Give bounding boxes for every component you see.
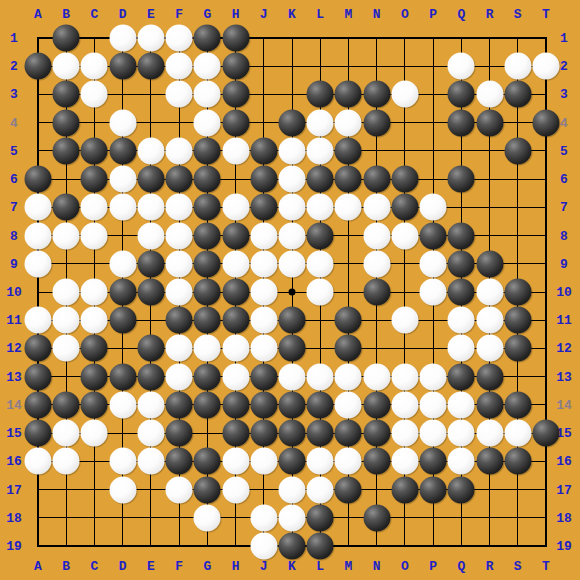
black-stone-S3 <box>504 81 531 108</box>
black-stone-M6 <box>335 166 362 193</box>
row-label-left: 19 <box>6 540 22 553</box>
row-label-left: 9 <box>10 257 18 270</box>
white-stone-P10 <box>420 279 447 306</box>
white-stone-Q15 <box>448 420 475 447</box>
row-label-left: 14 <box>6 398 22 411</box>
column-label-top: L <box>316 8 324 21</box>
white-stone-R12 <box>476 335 503 362</box>
white-stone-S15 <box>504 420 531 447</box>
row-label-left: 15 <box>6 427 22 440</box>
black-stone-A13 <box>25 363 52 390</box>
white-stone-G12 <box>194 335 221 362</box>
white-stone-J12 <box>250 335 277 362</box>
white-stone-F9 <box>166 250 193 277</box>
black-stone-R16 <box>476 448 503 475</box>
white-stone-G18 <box>194 504 221 531</box>
white-stone-D1 <box>109 25 136 52</box>
white-stone-F3 <box>166 81 193 108</box>
white-stone-H12 <box>222 335 249 362</box>
black-stone-G14 <box>194 391 221 418</box>
white-stone-P13 <box>420 363 447 390</box>
black-stone-G1 <box>194 25 221 52</box>
white-stone-O8 <box>391 222 418 249</box>
white-stone-E15 <box>137 420 164 447</box>
black-stone-J13 <box>250 363 277 390</box>
white-stone-G3 <box>194 81 221 108</box>
column-label-bottom: R <box>486 560 494 573</box>
row-label-right: 7 <box>560 201 568 214</box>
row-label-left: 16 <box>6 455 22 468</box>
white-stone-L16 <box>307 448 334 475</box>
black-stone-G6 <box>194 166 221 193</box>
row-label-right: 18 <box>556 511 572 524</box>
black-stone-K16 <box>279 448 306 475</box>
row-label-left: 18 <box>6 511 22 524</box>
white-stone-B10 <box>53 279 80 306</box>
row-label-right: 16 <box>556 455 572 468</box>
white-stone-K5 <box>279 137 306 164</box>
black-stone-Q6 <box>448 166 475 193</box>
black-stone-A2 <box>25 53 52 80</box>
white-stone-O15 <box>391 420 418 447</box>
white-stone-O16 <box>391 448 418 475</box>
black-stone-Q9 <box>448 250 475 277</box>
black-stone-E12 <box>137 335 164 362</box>
white-stone-Q12 <box>448 335 475 362</box>
column-label-top: H <box>232 8 240 21</box>
black-stone-N10 <box>363 279 390 306</box>
row-label-left: 3 <box>10 88 18 101</box>
black-stone-J14 <box>250 391 277 418</box>
black-stone-E2 <box>137 53 164 80</box>
column-label-top: N <box>373 8 381 21</box>
row-label-left: 11 <box>6 314 22 327</box>
black-stone-C14 <box>81 391 108 418</box>
white-stone-N7 <box>363 194 390 221</box>
white-stone-H13 <box>222 363 249 390</box>
column-label-bottom: O <box>401 560 409 573</box>
column-label-top: S <box>514 8 522 21</box>
black-stone-D13 <box>109 363 136 390</box>
black-stone-T15 <box>533 420 560 447</box>
column-label-top: O <box>401 8 409 21</box>
white-stone-K18 <box>279 504 306 531</box>
black-stone-H15 <box>222 420 249 447</box>
black-stone-H11 <box>222 307 249 334</box>
black-stone-P16 <box>420 448 447 475</box>
white-stone-L4 <box>307 109 334 136</box>
white-stone-P15 <box>420 420 447 447</box>
white-stone-E8 <box>137 222 164 249</box>
column-label-top: R <box>486 8 494 21</box>
white-stone-K17 <box>279 476 306 503</box>
white-stone-B8 <box>53 222 80 249</box>
column-label-bottom: F <box>175 560 183 573</box>
white-stone-L9 <box>307 250 334 277</box>
black-stone-G17 <box>194 476 221 503</box>
white-stone-K9 <box>279 250 306 277</box>
column-label-top: T <box>542 8 550 21</box>
row-label-left: 4 <box>10 116 18 129</box>
black-stone-B7 <box>53 194 80 221</box>
white-stone-N8 <box>363 222 390 249</box>
black-stone-S10 <box>504 279 531 306</box>
row-label-right: 12 <box>556 342 572 355</box>
white-stone-M13 <box>335 363 362 390</box>
white-stone-A8 <box>25 222 52 249</box>
white-stone-F5 <box>166 137 193 164</box>
white-stone-L7 <box>307 194 334 221</box>
white-stone-O3 <box>391 81 418 108</box>
column-label-bottom: L <box>316 560 324 573</box>
white-stone-A16 <box>25 448 52 475</box>
black-stone-K14 <box>279 391 306 418</box>
black-stone-B5 <box>53 137 80 164</box>
column-label-bottom: S <box>514 560 522 573</box>
row-label-right: 3 <box>560 88 568 101</box>
column-label-bottom: J <box>260 560 268 573</box>
row-label-right: 6 <box>560 173 568 186</box>
white-stone-A7 <box>25 194 52 221</box>
white-stone-D14 <box>109 391 136 418</box>
black-stone-Q8 <box>448 222 475 249</box>
white-stone-E5 <box>137 137 164 164</box>
row-label-left: 2 <box>10 60 18 73</box>
white-stone-L13 <box>307 363 334 390</box>
black-stone-R4 <box>476 109 503 136</box>
row-label-right: 17 <box>556 483 572 496</box>
black-stone-B3 <box>53 81 80 108</box>
white-stone-B2 <box>53 53 80 80</box>
star-point <box>289 289 296 296</box>
black-stone-G9 <box>194 250 221 277</box>
white-stone-C3 <box>81 81 108 108</box>
black-stone-J7 <box>250 194 277 221</box>
black-stone-S12 <box>504 335 531 362</box>
black-stone-O17 <box>391 476 418 503</box>
white-stone-D16 <box>109 448 136 475</box>
black-stone-K12 <box>279 335 306 362</box>
white-stone-B12 <box>53 335 80 362</box>
black-stone-C12 <box>81 335 108 362</box>
column-label-bottom: P <box>429 560 437 573</box>
white-stone-L5 <box>307 137 334 164</box>
black-stone-A15 <box>25 420 52 447</box>
black-stone-F14 <box>166 391 193 418</box>
black-stone-M12 <box>335 335 362 362</box>
white-stone-G4 <box>194 109 221 136</box>
row-label-left: 8 <box>10 229 18 242</box>
black-stone-K15 <box>279 420 306 447</box>
row-label-left: 1 <box>10 32 18 45</box>
black-stone-P8 <box>420 222 447 249</box>
black-stone-Q4 <box>448 109 475 136</box>
column-label-top: M <box>345 8 353 21</box>
black-stone-K19 <box>279 533 306 560</box>
row-label-left: 12 <box>6 342 22 355</box>
column-label-top: B <box>62 8 70 21</box>
column-label-bottom: K <box>288 560 296 573</box>
row-label-right: 13 <box>556 370 572 383</box>
black-stone-M11 <box>335 307 362 334</box>
black-stone-B1 <box>53 25 80 52</box>
row-label-left: 13 <box>6 370 22 383</box>
black-stone-M5 <box>335 137 362 164</box>
black-stone-S11 <box>504 307 531 334</box>
black-stone-L3 <box>307 81 334 108</box>
black-stone-Q10 <box>448 279 475 306</box>
white-stone-P7 <box>420 194 447 221</box>
white-stone-C7 <box>81 194 108 221</box>
black-stone-L19 <box>307 533 334 560</box>
white-stone-D9 <box>109 250 136 277</box>
go-board[interactable]: AABBCCDDEEFFGGHHJJKKLLMMNNOOPPQQRRSSTT11… <box>0 0 580 580</box>
column-label-top: E <box>147 8 155 21</box>
white-stone-R10 <box>476 279 503 306</box>
white-stone-K13 <box>279 363 306 390</box>
white-stone-D7 <box>109 194 136 221</box>
white-stone-E7 <box>137 194 164 221</box>
white-stone-H7 <box>222 194 249 221</box>
black-stone-A14 <box>25 391 52 418</box>
white-stone-A11 <box>25 307 52 334</box>
black-stone-D2 <box>109 53 136 80</box>
row-label-right: 10 <box>556 286 572 299</box>
black-stone-B14 <box>53 391 80 418</box>
black-stone-H4 <box>222 109 249 136</box>
black-stone-L18 <box>307 504 334 531</box>
black-stone-N6 <box>363 166 390 193</box>
black-stone-G10 <box>194 279 221 306</box>
white-stone-R3 <box>476 81 503 108</box>
white-stone-E1 <box>137 25 164 52</box>
white-stone-J8 <box>250 222 277 249</box>
black-stone-E9 <box>137 250 164 277</box>
black-stone-M17 <box>335 476 362 503</box>
black-stone-F6 <box>166 166 193 193</box>
black-stone-A12 <box>25 335 52 362</box>
black-stone-M3 <box>335 81 362 108</box>
white-stone-M16 <box>335 448 362 475</box>
black-stone-D11 <box>109 307 136 334</box>
black-stone-G16 <box>194 448 221 475</box>
black-stone-M15 <box>335 420 362 447</box>
column-label-top: K <box>288 8 296 21</box>
black-stone-J6 <box>250 166 277 193</box>
black-stone-F15 <box>166 420 193 447</box>
row-label-right: 2 <box>560 60 568 73</box>
black-stone-L14 <box>307 391 334 418</box>
black-stone-N15 <box>363 420 390 447</box>
column-label-bottom: G <box>203 560 211 573</box>
white-stone-D4 <box>109 109 136 136</box>
white-stone-B16 <box>53 448 80 475</box>
row-label-right: 8 <box>560 229 568 242</box>
black-stone-D5 <box>109 137 136 164</box>
white-stone-O14 <box>391 391 418 418</box>
white-stone-A9 <box>25 250 52 277</box>
white-stone-L17 <box>307 476 334 503</box>
white-stone-P9 <box>420 250 447 277</box>
black-stone-S14 <box>504 391 531 418</box>
black-stone-G11 <box>194 307 221 334</box>
white-stone-T2 <box>533 53 560 80</box>
black-stone-G7 <box>194 194 221 221</box>
black-stone-H10 <box>222 279 249 306</box>
white-stone-H5 <box>222 137 249 164</box>
row-label-right: 19 <box>556 540 572 553</box>
black-stone-F11 <box>166 307 193 334</box>
black-stone-Q3 <box>448 81 475 108</box>
black-stone-D10 <box>109 279 136 306</box>
row-label-left: 10 <box>6 286 22 299</box>
white-stone-O13 <box>391 363 418 390</box>
black-stone-G5 <box>194 137 221 164</box>
white-stone-H16 <box>222 448 249 475</box>
white-stone-P14 <box>420 391 447 418</box>
white-stone-O11 <box>391 307 418 334</box>
black-stone-E13 <box>137 363 164 390</box>
white-stone-F13 <box>166 363 193 390</box>
black-stone-R9 <box>476 250 503 277</box>
column-label-top: G <box>203 8 211 21</box>
black-stone-L15 <box>307 420 334 447</box>
row-label-left: 17 <box>6 483 22 496</box>
white-stone-J18 <box>250 504 277 531</box>
white-stone-K8 <box>279 222 306 249</box>
white-stone-Q11 <box>448 307 475 334</box>
white-stone-M7 <box>335 194 362 221</box>
column-label-top: D <box>119 8 127 21</box>
column-label-bottom: N <box>373 560 381 573</box>
white-stone-C10 <box>81 279 108 306</box>
black-stone-G8 <box>194 222 221 249</box>
row-label-right: 5 <box>560 144 568 157</box>
white-stone-Q16 <box>448 448 475 475</box>
black-stone-Q13 <box>448 363 475 390</box>
white-stone-L10 <box>307 279 334 306</box>
black-stone-K4 <box>279 109 306 136</box>
white-stone-F17 <box>166 476 193 503</box>
white-stone-Q2 <box>448 53 475 80</box>
black-stone-C13 <box>81 363 108 390</box>
white-stone-B11 <box>53 307 80 334</box>
white-stone-F10 <box>166 279 193 306</box>
row-label-right: 11 <box>556 314 572 327</box>
column-label-bottom: B <box>62 560 70 573</box>
black-stone-R13 <box>476 363 503 390</box>
black-stone-J15 <box>250 420 277 447</box>
white-stone-J19 <box>250 533 277 560</box>
white-stone-K7 <box>279 194 306 221</box>
row-label-right: 4 <box>560 116 568 129</box>
black-stone-H1 <box>222 25 249 52</box>
column-label-bottom: Q <box>457 560 465 573</box>
black-stone-S16 <box>504 448 531 475</box>
black-stone-N14 <box>363 391 390 418</box>
black-stone-R14 <box>476 391 503 418</box>
white-stone-J16 <box>250 448 277 475</box>
black-stone-N16 <box>363 448 390 475</box>
column-label-bottom: C <box>91 560 99 573</box>
white-stone-F7 <box>166 194 193 221</box>
column-label-bottom: A <box>34 560 42 573</box>
white-stone-J10 <box>250 279 277 306</box>
black-stone-H2 <box>222 53 249 80</box>
white-stone-J9 <box>250 250 277 277</box>
column-label-bottom: M <box>345 560 353 573</box>
black-stone-E6 <box>137 166 164 193</box>
row-label-left: 6 <box>10 173 18 186</box>
column-label-top: C <box>91 8 99 21</box>
white-stone-M4 <box>335 109 362 136</box>
row-label-left: 7 <box>10 201 18 214</box>
white-stone-M14 <box>335 391 362 418</box>
white-stone-S2 <box>504 53 531 80</box>
white-stone-N13 <box>363 363 390 390</box>
black-stone-J5 <box>250 137 277 164</box>
black-stone-C6 <box>81 166 108 193</box>
white-stone-D17 <box>109 476 136 503</box>
black-stone-L6 <box>307 166 334 193</box>
white-stone-C2 <box>81 53 108 80</box>
white-stone-Q14 <box>448 391 475 418</box>
black-stone-H8 <box>222 222 249 249</box>
white-stone-H9 <box>222 250 249 277</box>
column-label-bottom: D <box>119 560 127 573</box>
black-stone-O7 <box>391 194 418 221</box>
white-stone-N9 <box>363 250 390 277</box>
white-stone-E16 <box>137 448 164 475</box>
black-stone-G13 <box>194 363 221 390</box>
black-stone-S5 <box>504 137 531 164</box>
black-stone-N4 <box>363 109 390 136</box>
white-stone-C11 <box>81 307 108 334</box>
column-label-bottom: E <box>147 560 155 573</box>
row-label-right: 14 <box>556 398 572 411</box>
column-label-bottom: H <box>232 560 240 573</box>
column-label-bottom: T <box>542 560 550 573</box>
black-stone-O6 <box>391 166 418 193</box>
black-stone-A6 <box>25 166 52 193</box>
white-stone-C15 <box>81 420 108 447</box>
column-label-top: Q <box>457 8 465 21</box>
column-label-top: F <box>175 8 183 21</box>
white-stone-F1 <box>166 25 193 52</box>
white-stone-F2 <box>166 53 193 80</box>
black-stone-H3 <box>222 81 249 108</box>
black-stone-E10 <box>137 279 164 306</box>
row-label-right: 1 <box>560 32 568 45</box>
black-stone-H14 <box>222 391 249 418</box>
column-label-top: P <box>429 8 437 21</box>
black-stone-B4 <box>53 109 80 136</box>
white-stone-H17 <box>222 476 249 503</box>
black-stone-F16 <box>166 448 193 475</box>
white-stone-R15 <box>476 420 503 447</box>
black-stone-Q17 <box>448 476 475 503</box>
black-stone-L8 <box>307 222 334 249</box>
black-stone-K11 <box>279 307 306 334</box>
column-label-top: A <box>34 8 42 21</box>
black-stone-N3 <box>363 81 390 108</box>
black-stone-C5 <box>81 137 108 164</box>
white-stone-G2 <box>194 53 221 80</box>
black-stone-T4 <box>533 109 560 136</box>
white-stone-J11 <box>250 307 277 334</box>
white-stone-C8 <box>81 222 108 249</box>
white-stone-K6 <box>279 166 306 193</box>
